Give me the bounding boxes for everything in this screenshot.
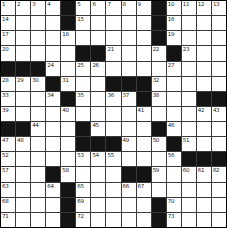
- white-cell[interactable]: [182, 122, 196, 136]
- white-cell[interactable]: 33: [1, 92, 15, 106]
- white-cell[interactable]: 22: [152, 46, 166, 60]
- white-cell[interactable]: [76, 107, 90, 121]
- white-cell[interactable]: [31, 167, 45, 181]
- clue-number: 61: [198, 167, 204, 173]
- clue-number: 15: [77, 16, 83, 22]
- white-cell[interactable]: [122, 62, 136, 76]
- white-cell[interactable]: 58: [61, 167, 75, 181]
- black-cell: [106, 77, 120, 91]
- clue-number: 31: [62, 77, 68, 83]
- white-cell[interactable]: [46, 152, 60, 166]
- white-cell[interactable]: 2: [16, 1, 30, 15]
- white-cell[interactable]: [31, 31, 45, 45]
- white-cell[interactable]: [16, 92, 30, 106]
- black-cell: [91, 137, 105, 151]
- white-cell[interactable]: 28: [1, 77, 15, 91]
- white-cell[interactable]: 49: [122, 137, 136, 151]
- clue-number: 2: [17, 1, 20, 7]
- white-cell[interactable]: [182, 77, 196, 91]
- white-cell[interactable]: 53: [76, 152, 90, 166]
- white-cell[interactable]: 70: [167, 198, 181, 212]
- white-cell[interactable]: 25: [76, 62, 90, 76]
- clue-number: 71: [2, 213, 8, 219]
- black-cell: [152, 31, 166, 45]
- clue-number: 55: [107, 152, 113, 158]
- white-cell[interactable]: 30: [31, 77, 45, 91]
- clue-number: 51: [183, 137, 189, 143]
- white-cell[interactable]: [46, 137, 60, 151]
- clue-number: 33: [2, 92, 8, 98]
- clue-number: 57: [2, 167, 8, 173]
- white-cell[interactable]: [76, 167, 90, 181]
- white-cell[interactable]: [106, 213, 120, 227]
- black-cell: [167, 137, 181, 151]
- white-cell[interactable]: 8: [122, 1, 136, 15]
- white-cell[interactable]: [31, 46, 45, 60]
- white-cell[interactable]: 26: [91, 62, 105, 76]
- white-cell[interactable]: [16, 183, 30, 197]
- clue-number: 72: [77, 213, 83, 219]
- clue-number: 16: [168, 16, 174, 22]
- white-cell[interactable]: 44: [31, 122, 45, 136]
- black-cell: [61, 1, 75, 15]
- clue-number: 45: [92, 122, 98, 128]
- white-cell[interactable]: 38: [152, 92, 166, 106]
- white-cell[interactable]: [137, 122, 151, 136]
- white-cell[interactable]: [106, 198, 120, 212]
- white-cell[interactable]: 56: [167, 152, 181, 166]
- white-cell[interactable]: [106, 122, 120, 136]
- clue-number: 39: [2, 107, 8, 113]
- clue-number: 24: [47, 62, 53, 68]
- white-cell[interactable]: [16, 198, 30, 212]
- white-cell[interactable]: [137, 31, 151, 45]
- white-cell[interactable]: 16: [167, 16, 181, 30]
- crossword-grid: 1234567891011121314151617181920212223242…: [0, 0, 227, 228]
- white-cell[interactable]: [31, 107, 45, 121]
- white-cell[interactable]: [182, 183, 196, 197]
- white-cell[interactable]: [212, 137, 226, 151]
- clue-number: 12: [198, 1, 204, 7]
- clue-number: 25: [77, 62, 83, 68]
- white-cell[interactable]: 27: [167, 62, 181, 76]
- white-cell[interactable]: [61, 152, 75, 166]
- clue-number: 64: [47, 183, 53, 189]
- white-cell[interactable]: 35: [76, 92, 90, 106]
- clue-number: 43: [213, 107, 219, 113]
- clue-number: 62: [213, 167, 219, 173]
- black-cell: [152, 122, 166, 136]
- clue-number: 63: [2, 183, 8, 189]
- white-cell[interactable]: [106, 167, 120, 181]
- white-cell[interactable]: [152, 107, 166, 121]
- clue-number: 52: [2, 152, 8, 158]
- black-cell: [197, 92, 211, 106]
- white-cell[interactable]: [76, 77, 90, 91]
- white-cell[interactable]: [137, 62, 151, 76]
- clue-number: 37: [123, 92, 129, 98]
- clue-number: 4: [47, 1, 50, 7]
- clue-number: 18: [62, 31, 68, 37]
- white-cell[interactable]: 23: [182, 46, 196, 60]
- white-cell[interactable]: [61, 46, 75, 60]
- white-cell[interactable]: 50: [152, 137, 166, 151]
- clue-number: 35: [77, 92, 83, 98]
- white-cell[interactable]: 31: [61, 77, 75, 91]
- white-cell[interactable]: [137, 213, 151, 227]
- white-cell[interactable]: 34: [46, 92, 60, 106]
- white-cell[interactable]: 42: [197, 107, 211, 121]
- white-cell[interactable]: 4: [46, 1, 60, 15]
- clue-number: 36: [107, 92, 113, 98]
- white-cell[interactable]: 15: [76, 16, 90, 30]
- white-cell[interactable]: [91, 16, 105, 30]
- clue-number: 21: [107, 46, 113, 52]
- white-cell[interactable]: [137, 16, 151, 30]
- clue-number: 56: [168, 152, 174, 158]
- clue-number: 38: [153, 92, 159, 98]
- clue-number: 17: [2, 31, 8, 37]
- white-cell[interactable]: [212, 31, 226, 45]
- black-cell: [212, 92, 226, 106]
- white-cell[interactable]: 29: [16, 77, 30, 91]
- white-cell[interactable]: [31, 198, 45, 212]
- white-cell[interactable]: [122, 31, 136, 45]
- white-cell[interactable]: [197, 198, 211, 212]
- white-cell[interactable]: [16, 31, 30, 45]
- white-cell[interactable]: 63: [1, 183, 15, 197]
- white-cell[interactable]: [167, 183, 181, 197]
- white-cell[interactable]: 69: [76, 198, 90, 212]
- white-cell[interactable]: [16, 107, 30, 121]
- black-cell: [46, 167, 60, 181]
- white-cell[interactable]: 19: [167, 31, 181, 45]
- white-cell[interactable]: [152, 62, 166, 76]
- white-cell[interactable]: [122, 16, 136, 30]
- clue-number: 59: [153, 167, 159, 173]
- white-cell[interactable]: 67: [137, 183, 151, 197]
- white-cell[interactable]: [31, 92, 45, 106]
- white-cell[interactable]: [46, 122, 60, 136]
- white-cell[interactable]: 65: [76, 183, 90, 197]
- black-cell: [31, 62, 45, 76]
- white-cell[interactable]: 11: [182, 1, 196, 15]
- white-cell[interactable]: [167, 92, 181, 106]
- white-cell[interactable]: [106, 183, 120, 197]
- white-cell[interactable]: 1: [1, 1, 15, 15]
- white-cell[interactable]: [61, 137, 75, 151]
- clue-number: 50: [153, 137, 159, 143]
- white-cell[interactable]: [182, 16, 196, 30]
- white-cell[interactable]: 61: [197, 167, 211, 181]
- white-cell[interactable]: [91, 183, 105, 197]
- white-cell[interactable]: [46, 198, 60, 212]
- black-cell: [152, 16, 166, 30]
- white-cell[interactable]: [91, 198, 105, 212]
- white-cell[interactable]: [122, 107, 136, 121]
- white-cell[interactable]: [122, 198, 136, 212]
- clue-number: 66: [123, 183, 129, 189]
- white-cell[interactable]: [46, 16, 60, 30]
- white-cell[interactable]: [106, 16, 120, 30]
- white-cell[interactable]: 7: [106, 1, 120, 15]
- white-cell[interactable]: [16, 167, 30, 181]
- clue-number: 29: [17, 77, 23, 83]
- white-cell[interactable]: [212, 122, 226, 136]
- white-cell[interactable]: [212, 46, 226, 60]
- white-cell[interactable]: 6: [91, 1, 105, 15]
- white-cell[interactable]: [31, 16, 45, 30]
- white-cell[interactable]: [31, 137, 45, 151]
- white-cell[interactable]: [106, 62, 120, 76]
- clue-number: 19: [168, 31, 174, 37]
- black-cell: [61, 198, 75, 212]
- clue-number: 7: [107, 1, 110, 7]
- black-cell: [61, 92, 75, 106]
- white-cell[interactable]: [16, 152, 30, 166]
- clue-number: 67: [138, 183, 144, 189]
- white-cell[interactable]: [106, 107, 120, 121]
- white-cell[interactable]: 14: [1, 16, 15, 30]
- white-cell[interactable]: [122, 122, 136, 136]
- clue-number: 32: [153, 77, 159, 83]
- white-cell[interactable]: [197, 183, 211, 197]
- white-cell[interactable]: [137, 198, 151, 212]
- white-cell[interactable]: [197, 62, 211, 76]
- black-cell: [106, 137, 120, 151]
- white-cell[interactable]: [122, 213, 136, 227]
- clue-number: 26: [92, 62, 98, 68]
- white-cell[interactable]: [197, 122, 211, 136]
- white-cell[interactable]: [91, 213, 105, 227]
- clue-number: 27: [168, 62, 174, 68]
- white-cell[interactable]: [91, 31, 105, 45]
- white-cell[interactable]: 51: [182, 137, 196, 151]
- white-cell[interactable]: [167, 167, 181, 181]
- clue-number: 73: [168, 213, 174, 219]
- white-cell[interactable]: 13: [212, 1, 226, 15]
- white-cell[interactable]: 62: [212, 167, 226, 181]
- clue-number: 70: [168, 198, 174, 204]
- white-cell[interactable]: 46: [167, 122, 181, 136]
- white-cell[interactable]: 9: [137, 1, 151, 15]
- white-cell[interactable]: 36: [106, 92, 120, 106]
- white-cell[interactable]: 52: [1, 152, 15, 166]
- black-cell: [197, 152, 211, 166]
- black-cell: [1, 122, 15, 136]
- clue-number: 14: [2, 16, 8, 22]
- black-cell: [122, 167, 136, 181]
- clue-number: 1: [2, 1, 5, 7]
- white-cell[interactable]: [61, 122, 75, 136]
- white-cell[interactable]: 72: [76, 213, 90, 227]
- white-cell[interactable]: 37: [122, 92, 136, 106]
- clue-number: 10: [168, 1, 174, 7]
- clue-number: 30: [32, 77, 38, 83]
- white-cell[interactable]: 24: [46, 62, 60, 76]
- clue-number: 65: [77, 183, 83, 189]
- white-cell[interactable]: [182, 213, 196, 227]
- black-cell: [122, 77, 136, 91]
- black-cell: [167, 46, 181, 60]
- clue-number: 47: [2, 137, 8, 143]
- white-cell[interactable]: [167, 107, 181, 121]
- white-cell[interactable]: 55: [106, 152, 120, 166]
- black-cell: [61, 16, 75, 30]
- white-cell[interactable]: [137, 152, 151, 166]
- clue-number: 28: [2, 77, 8, 83]
- clue-number: 69: [77, 198, 83, 204]
- white-cell[interactable]: [61, 62, 75, 76]
- black-cell: [137, 77, 151, 91]
- white-cell[interactable]: [212, 77, 226, 91]
- white-cell[interactable]: 60: [182, 167, 196, 181]
- white-cell[interactable]: 32: [152, 77, 166, 91]
- white-cell[interactable]: 48: [16, 137, 30, 151]
- white-cell[interactable]: [91, 167, 105, 181]
- white-cell[interactable]: 45: [91, 122, 105, 136]
- clue-number: 68: [2, 198, 8, 204]
- white-cell[interactable]: 17: [1, 31, 15, 45]
- white-cell[interactable]: [91, 77, 105, 91]
- white-cell[interactable]: 68: [1, 198, 15, 212]
- white-cell[interactable]: [197, 46, 211, 60]
- white-cell[interactable]: 18: [61, 31, 75, 45]
- white-cell[interactable]: [197, 137, 211, 151]
- clue-number: 22: [153, 46, 159, 52]
- white-cell[interactable]: [152, 152, 166, 166]
- white-cell[interactable]: [182, 107, 196, 121]
- white-cell[interactable]: [182, 92, 196, 106]
- clue-number: 60: [183, 167, 189, 173]
- white-cell[interactable]: [212, 183, 226, 197]
- white-cell[interactable]: 20: [1, 46, 15, 60]
- clue-number: 34: [47, 92, 53, 98]
- white-cell[interactable]: [212, 198, 226, 212]
- clue-number: 3: [32, 1, 35, 7]
- white-cell[interactable]: [31, 213, 45, 227]
- white-cell[interactable]: 64: [46, 183, 60, 197]
- white-cell[interactable]: [212, 62, 226, 76]
- white-cell[interactable]: [212, 16, 226, 30]
- clue-number: 13: [213, 1, 219, 7]
- clue-number: 40: [62, 107, 68, 113]
- white-cell[interactable]: 12: [197, 1, 211, 15]
- black-cell: [137, 167, 151, 181]
- white-cell[interactable]: 41: [137, 107, 151, 121]
- clue-number: 8: [123, 1, 126, 7]
- white-cell[interactable]: 40: [61, 107, 75, 121]
- white-cell[interactable]: [197, 16, 211, 30]
- white-cell[interactable]: [46, 107, 60, 121]
- white-cell[interactable]: [122, 152, 136, 166]
- white-cell[interactable]: 43: [212, 107, 226, 121]
- black-cell: [16, 62, 30, 76]
- white-cell[interactable]: [182, 62, 196, 76]
- white-cell[interactable]: [76, 31, 90, 45]
- white-cell[interactable]: [46, 46, 60, 60]
- black-cell: [152, 1, 166, 15]
- black-cell: [61, 213, 75, 227]
- white-cell[interactable]: [212, 213, 226, 227]
- black-cell: [46, 77, 60, 91]
- clue-number: 58: [62, 167, 68, 173]
- white-cell[interactable]: 5: [76, 1, 90, 15]
- white-cell[interactable]: [197, 77, 211, 91]
- clue-number: 54: [92, 152, 98, 158]
- white-cell[interactable]: [31, 183, 45, 197]
- black-cell: [137, 92, 151, 106]
- white-cell[interactable]: [152, 183, 166, 197]
- clue-number: 23: [183, 46, 189, 52]
- clue-number: 5: [77, 1, 80, 7]
- clue-number: 49: [123, 137, 129, 143]
- clue-number: 6: [92, 1, 95, 7]
- white-cell[interactable]: [197, 213, 211, 227]
- white-cell[interactable]: [16, 46, 30, 60]
- black-cell: [16, 122, 30, 136]
- black-cell: [61, 183, 75, 197]
- white-cell[interactable]: [91, 107, 105, 121]
- black-cell: [76, 137, 90, 151]
- black-cell: [152, 213, 166, 227]
- black-cell: [76, 46, 90, 60]
- white-cell[interactable]: [91, 92, 105, 106]
- black-cell: [1, 62, 15, 76]
- white-cell[interactable]: [167, 77, 181, 91]
- white-cell[interactable]: [197, 31, 211, 45]
- white-cell[interactable]: [182, 198, 196, 212]
- white-cell[interactable]: [31, 152, 45, 166]
- white-cell[interactable]: [182, 31, 196, 45]
- black-cell: [182, 152, 196, 166]
- clue-number: 11: [183, 1, 189, 7]
- black-cell: [76, 122, 90, 136]
- white-cell[interactable]: 3: [31, 1, 45, 15]
- black-cell: [212, 152, 226, 166]
- clue-number: 20: [2, 46, 8, 52]
- black-cell: [152, 198, 166, 212]
- white-cell[interactable]: [46, 31, 60, 45]
- white-cell[interactable]: 71: [1, 213, 15, 227]
- clue-number: 44: [32, 122, 38, 128]
- clue-number: 9: [138, 1, 141, 7]
- white-cell[interactable]: [46, 213, 60, 227]
- white-cell[interactable]: [106, 31, 120, 45]
- white-cell[interactable]: 57: [1, 167, 15, 181]
- white-cell[interactable]: [16, 16, 30, 30]
- white-cell[interactable]: 10: [167, 1, 181, 15]
- white-cell[interactable]: 47: [1, 137, 15, 151]
- white-cell[interactable]: 73: [167, 213, 181, 227]
- white-cell[interactable]: [122, 46, 136, 60]
- clue-number: 48: [17, 137, 23, 143]
- white-cell[interactable]: 21: [106, 46, 120, 60]
- white-cell[interactable]: 59: [152, 167, 166, 181]
- white-cell[interactable]: [137, 46, 151, 60]
- black-cell: [91, 46, 105, 60]
- white-cell[interactable]: [137, 137, 151, 151]
- clue-number: 42: [198, 107, 204, 113]
- white-cell[interactable]: [16, 213, 30, 227]
- clue-number: 41: [138, 107, 144, 113]
- white-cell[interactable]: 39: [1, 107, 15, 121]
- white-cell[interactable]: 54: [91, 152, 105, 166]
- clue-number: 53: [77, 152, 83, 158]
- white-cell[interactable]: 66: [122, 183, 136, 197]
- clue-number: 46: [168, 122, 174, 128]
